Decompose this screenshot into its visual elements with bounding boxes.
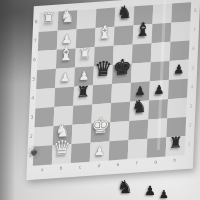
square-f5[interactable] — [131, 62, 151, 82]
square-c2[interactable] — [72, 124, 92, 144]
file-label-g: g — [146, 158, 165, 165]
square-f1[interactable] — [128, 139, 148, 159]
square-a5[interactable] — [36, 69, 56, 89]
file-label-f: f — [127, 160, 146, 167]
square-h3[interactable] — [167, 98, 187, 118]
rank-label-right-5: 5 — [189, 65, 196, 72]
file-label-h: h — [165, 157, 184, 164]
rank-label-right-2: 2 — [187, 122, 194, 129]
square-e4[interactable] — [111, 83, 131, 103]
piece-black-queen[interactable]: ♛ — [93, 55, 113, 83]
piece-white-knight[interactable]: ♞ — [58, 4, 78, 28]
captured-black-knight[interactable]: ♞ — [115, 175, 135, 199]
file-label-d: d — [89, 162, 108, 169]
chess-board: ♜♞♞♟♝♝♝♜♟♟♛♚♟♜♟♟♞♞♚♛♟♜ abcdefgh887766554… — [26, 0, 200, 180]
file-label-c: c — [70, 164, 89, 171]
piece-white-rook[interactable]: ♜ — [39, 8, 59, 30]
square-e2[interactable] — [109, 121, 129, 141]
board-squares: ♜♞♞♟♝♝♝♜♟♟♛♚♟♜♟♟♞♞♚♛♟♜ — [33, 2, 191, 165]
square-h8[interactable] — [171, 2, 191, 22]
square-c8[interactable] — [77, 9, 97, 29]
chessboard-photo: ♜♞♞♟♝♝♝♜♟♟♛♚♟♜♟♟♞♞♚♛♟♜ abcdefgh887766554… — [0, 0, 200, 200]
piece-white-bishop[interactable]: ♝ — [56, 40, 76, 66]
rank-label-left-5: 5 — [31, 76, 37, 82]
square-d4[interactable] — [92, 84, 112, 104]
rank-label-left-3: 3 — [29, 114, 35, 120]
piece-black-pawn[interactable]: ♟ — [149, 81, 169, 98]
piece-white-pawn[interactable]: ♟ — [55, 69, 75, 86]
rank-label-right-1: 1 — [186, 141, 193, 148]
square-a7[interactable] — [38, 31, 58, 51]
square-f2[interactable] — [128, 120, 148, 140]
piece-white-bishop[interactable]: ♝ — [95, 19, 115, 45]
captured-black-pawn[interactable]: ♟ — [154, 187, 174, 200]
square-a3[interactable] — [35, 107, 55, 127]
rank-label-left-2: 2 — [28, 134, 34, 140]
rank-label-right-3: 3 — [187, 103, 194, 110]
piece-black-pawn[interactable]: ♟ — [169, 61, 189, 78]
piece-black-rook[interactable]: ♜ — [73, 81, 93, 103]
piece-white-rook[interactable]: ♜ — [75, 43, 95, 65]
board-logo-emblem: ♚ — [27, 144, 41, 162]
piece-black-knight[interactable]: ♞ — [115, 0, 135, 24]
rank-label-right-7: 7 — [191, 27, 198, 34]
square-e1[interactable] — [109, 140, 129, 160]
piece-black-knight[interactable]: ♞ — [129, 94, 149, 118]
file-label-b: b — [51, 165, 70, 172]
square-h7[interactable] — [171, 21, 191, 41]
piece-black-rook[interactable]: ♜ — [166, 132, 186, 154]
piece-white-pawn[interactable]: ♟ — [90, 142, 110, 159]
square-c3[interactable] — [72, 104, 92, 124]
rank-label-left-6: 6 — [31, 57, 37, 63]
square-a4[interactable] — [35, 88, 55, 108]
square-b4[interactable] — [54, 87, 74, 107]
rank-label-right-4: 4 — [188, 84, 195, 91]
rank-label-left-7: 7 — [32, 38, 38, 44]
piece-white-queen[interactable]: ♛ — [52, 134, 72, 162]
rank-label-right-8: 8 — [192, 8, 199, 15]
rank-label-left-4: 4 — [30, 95, 36, 101]
square-h6[interactable] — [170, 40, 190, 60]
rank-label-right-6: 6 — [190, 46, 197, 53]
piece-white-king[interactable]: ♚ — [91, 111, 111, 140]
square-h4[interactable] — [168, 79, 188, 99]
square-c1[interactable] — [71, 143, 91, 163]
piece-black-king[interactable]: ♚ — [112, 53, 132, 82]
file-label-a: a — [32, 166, 51, 173]
square-a6[interactable] — [37, 50, 57, 70]
file-label-e: e — [108, 161, 127, 168]
square-f6[interactable] — [132, 43, 152, 63]
square-e7[interactable] — [114, 25, 134, 45]
square-e3[interactable] — [110, 102, 130, 122]
piece-black-bishop[interactable]: ♝ — [133, 16, 153, 42]
